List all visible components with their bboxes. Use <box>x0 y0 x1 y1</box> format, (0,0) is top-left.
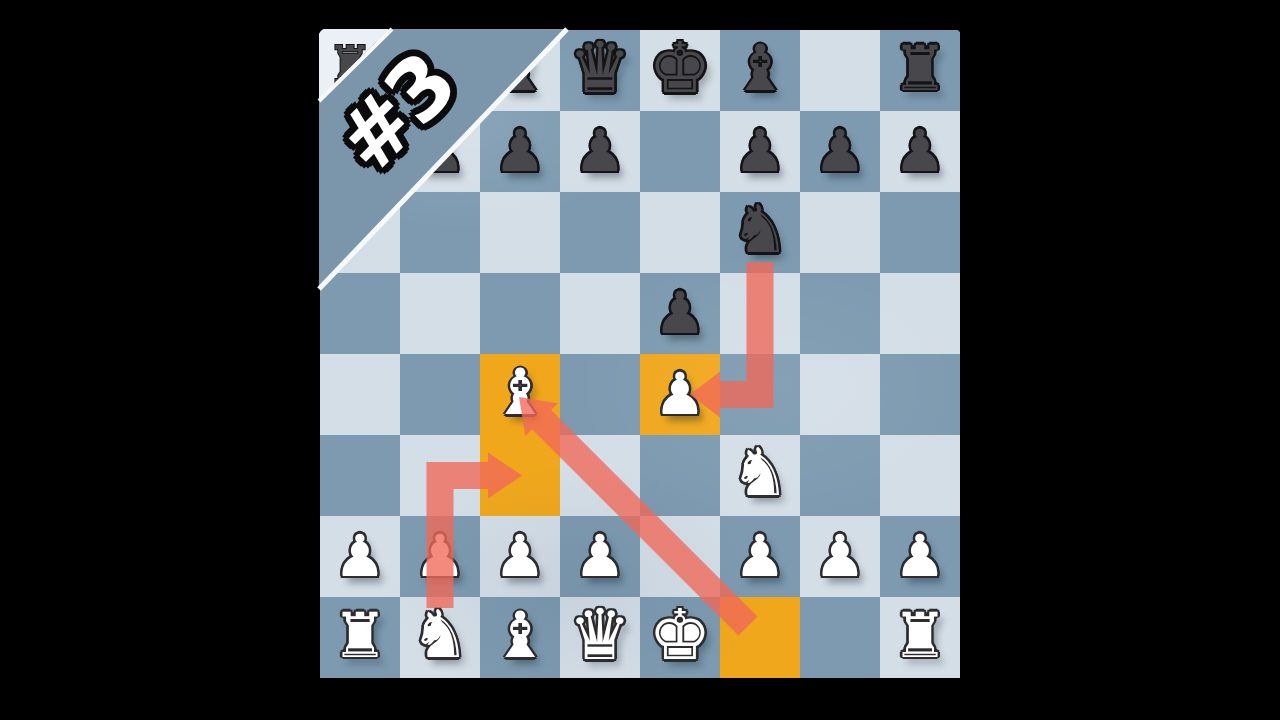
chess-board: ♜♞♝♛♚♝♜♟♟♟♟♟♟♟♞♟♝♟♞♟♟♟♟♟♟♟♜♞♝♛♚♜ ♜ #3 <box>317 27 963 689</box>
page-background: ♜♞♝♛♚♝♜♟♟♟♟♟♟♟♞♟♝♟♞♟♟♟♟♟♟♟♜♞♝♛♚♜ ♜ #3 <box>0 0 1280 720</box>
